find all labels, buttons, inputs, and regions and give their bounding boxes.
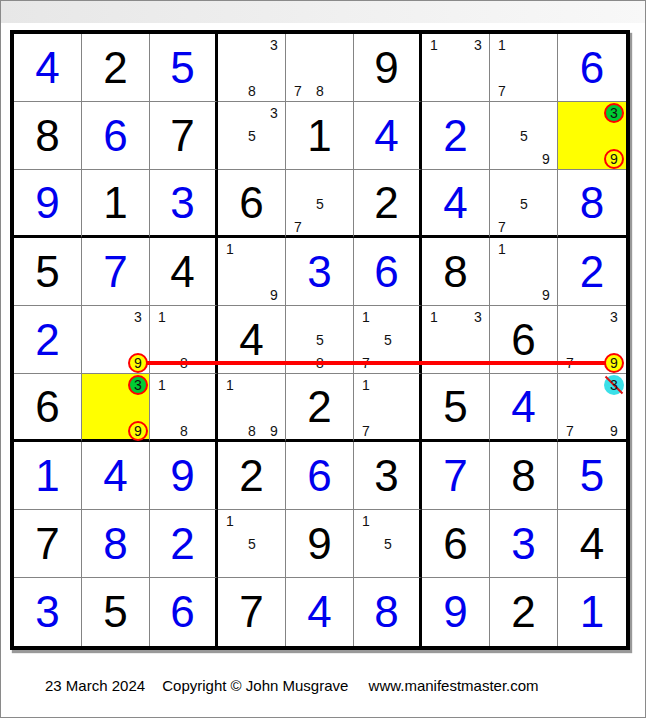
candidate-digit: 9: [134, 356, 142, 370]
cell-r8c4[interactable]: 15: [218, 510, 286, 578]
given-digit: 9: [286, 510, 353, 577]
footer-website: www.manifestmaster.com: [369, 677, 539, 694]
given-digit: 2: [354, 170, 419, 235]
cell-r4c5[interactable]: 3: [286, 238, 354, 306]
cell-r6c3[interactable]: 18: [150, 374, 218, 442]
given-digit: 6: [218, 170, 285, 235]
cell-r6c1[interactable]: 6: [14, 374, 82, 442]
cell-r3c4[interactable]: 6: [218, 170, 286, 238]
given-digit: 5: [422, 374, 489, 439]
candidate-digit: 3: [270, 38, 278, 52]
candidate-digit: 7: [498, 84, 506, 98]
solved-digit: 6: [354, 238, 419, 305]
cell-r6c4[interactable]: 189: [218, 374, 286, 442]
solved-digit: 4: [422, 170, 489, 235]
candidate-digit: 1: [362, 310, 370, 324]
cell-r4c1[interactable]: 5: [14, 238, 82, 306]
candidate-digit: 1: [226, 378, 234, 392]
cell-r4c8[interactable]: 19: [490, 238, 558, 306]
cell-r1c3[interactable]: 5: [150, 34, 218, 102]
cell-r1c8[interactable]: 17: [490, 34, 558, 102]
cell-r9c2[interactable]: 5: [82, 578, 150, 646]
solved-digit: 5: [558, 442, 626, 509]
candidate-digit: 3: [610, 310, 618, 324]
cell-r3c8[interactable]: 57: [490, 170, 558, 238]
cell-r6c5[interactable]: 2: [286, 374, 354, 442]
cell-r7c4[interactable]: 2: [218, 442, 286, 510]
window-header: [1, 1, 645, 23]
candidate-digit: 3: [474, 310, 482, 324]
cell-r8c8[interactable]: 3: [490, 510, 558, 578]
cell-r6c7[interactable]: 5: [422, 374, 490, 442]
given-digit: 5: [82, 578, 149, 646]
candidate-digit: 8: [248, 424, 256, 438]
solved-digit: 8: [558, 170, 626, 235]
cell-r8c1[interactable]: 7: [14, 510, 82, 578]
candidate-digit: 1: [158, 310, 166, 324]
candidate-digit: 7: [566, 424, 574, 438]
cell-r7c1[interactable]: 1: [14, 442, 82, 510]
cell-r1c7[interactable]: 13: [422, 34, 490, 102]
cell-r6c9[interactable]: 379: [558, 374, 626, 442]
cell-r8c5[interactable]: 9: [286, 510, 354, 578]
candidate-digit: 5: [316, 333, 324, 347]
solved-digit: 9: [422, 578, 489, 646]
footer-date: 23 March 2024: [45, 677, 145, 694]
solved-digit: 3: [150, 170, 215, 235]
cell-r2c9[interactable]: 39: [558, 102, 626, 170]
cell-r3c1[interactable]: 9: [14, 170, 82, 238]
cell-r4c9[interactable]: 2: [558, 238, 626, 306]
sudoku-board: 4253878913176867351425939913657245785741…: [10, 30, 630, 650]
given-digit: 7: [218, 578, 285, 646]
cell-r7c6[interactable]: 3: [354, 442, 422, 510]
cell-r1c5[interactable]: 78: [286, 34, 354, 102]
cell-r9c9[interactable]: 1: [558, 578, 626, 646]
solved-digit: 3: [490, 510, 557, 577]
given-digit: 9: [354, 34, 419, 101]
cell-r9c1[interactable]: 3: [14, 578, 82, 646]
candidate-digit: 9: [542, 288, 550, 302]
cell-r2c4[interactable]: 35: [218, 102, 286, 170]
candidate-digit: 5: [248, 129, 256, 143]
cell-r2c1[interactable]: 8: [14, 102, 82, 170]
candidate-digit: 1: [362, 378, 370, 392]
candidate-digit: 5: [520, 129, 528, 143]
cell-r1c4[interactable]: 38: [218, 34, 286, 102]
cell-r5c1[interactable]: 2: [14, 306, 82, 374]
given-digit: 3: [354, 442, 419, 509]
candidate-digit: 3: [134, 310, 142, 324]
solved-digit: 4: [490, 374, 557, 439]
solved-digit: 8: [82, 510, 149, 577]
cell-r9c6[interactable]: 8: [354, 578, 422, 646]
candidate-digit: 7: [294, 84, 302, 98]
candidate-digit: 3: [610, 378, 618, 392]
cell-r4c7[interactable]: 8: [422, 238, 490, 306]
cell-r3c5[interactable]: 57: [286, 170, 354, 238]
cell-r2c6[interactable]: 4: [354, 102, 422, 170]
candidate-digit: 1: [362, 514, 370, 528]
footer: 23 March 2024 Copyright © John Musgrave …: [45, 677, 539, 694]
candidate-digit: 9: [610, 356, 618, 370]
candidate-digit: 9: [270, 424, 278, 438]
solved-digit: 6: [82, 102, 149, 169]
candidate-digit: 9: [610, 152, 618, 166]
candidate-digit: 1: [226, 514, 234, 528]
given-digit: 2: [286, 374, 353, 439]
cell-r1c9[interactable]: 6: [558, 34, 626, 102]
solved-digit: 9: [150, 442, 215, 509]
cell-r3c3[interactable]: 3: [150, 170, 218, 238]
cell-r3c6[interactable]: 2: [354, 170, 422, 238]
candidate-digit: 8: [248, 84, 256, 98]
solved-digit: 7: [422, 442, 489, 509]
cell-r7c7[interactable]: 7: [422, 442, 490, 510]
given-digit: 8: [490, 442, 557, 509]
cell-r8c6[interactable]: 15: [354, 510, 422, 578]
cell-r8c7[interactable]: 6: [422, 510, 490, 578]
cell-r4c6[interactable]: 6: [354, 238, 422, 306]
given-digit: 7: [150, 102, 215, 169]
cell-r6c8[interactable]: 4: [490, 374, 558, 442]
cell-r7c5[interactable]: 6: [286, 442, 354, 510]
cell-r7c9[interactable]: 5: [558, 442, 626, 510]
candidate-digit: 5: [384, 537, 392, 551]
cell-r2c2[interactable]: 6: [82, 102, 150, 170]
solved-digit: 1: [558, 578, 626, 646]
candidate-digit: 5: [520, 197, 528, 211]
cell-r9c3[interactable]: 6: [150, 578, 218, 646]
cell-r8c2[interactable]: 8: [82, 510, 150, 578]
cell-r9c4[interactable]: 7: [218, 578, 286, 646]
solved-digit: 9: [14, 170, 81, 235]
candidate-digit: 5: [384, 333, 392, 347]
solved-digit: 3: [14, 578, 81, 646]
cell-r4c2[interactable]: 7: [82, 238, 150, 306]
solved-digit: 1: [14, 442, 81, 509]
given-digit: 8: [422, 238, 489, 305]
given-digit: 7: [14, 510, 81, 577]
cell-r6c6[interactable]: 17: [354, 374, 422, 442]
solved-digit: 2: [14, 306, 81, 373]
candidate-digit: 9: [542, 152, 550, 166]
given-digit: 6: [14, 374, 81, 439]
solved-digit: 2: [150, 510, 215, 577]
solved-digit: 6: [286, 442, 353, 509]
cell-r2c3[interactable]: 7: [150, 102, 218, 170]
candidate-digit: 1: [430, 310, 438, 324]
page: 4253878913176867351425939913657245785741…: [0, 0, 646, 718]
solved-digit: 6: [150, 578, 215, 646]
solved-digit: 3: [286, 238, 353, 305]
solved-digit: 4: [82, 442, 149, 509]
candidate-digit: 1: [158, 378, 166, 392]
given-digit: 8: [14, 102, 81, 169]
given-digit: 5: [14, 238, 81, 305]
candidate-digit: 1: [226, 242, 234, 256]
cell-r8c9[interactable]: 4: [558, 510, 626, 578]
cell-r9c7[interactable]: 9: [422, 578, 490, 646]
candidate-digit: 9: [270, 288, 278, 302]
chain-line: [138, 361, 614, 365]
solved-digit: 4: [354, 102, 419, 169]
cell-r1c2[interactable]: 2: [82, 34, 150, 102]
given-digit: 2: [218, 442, 285, 509]
candidate-digit: 1: [498, 242, 506, 256]
given-digit: 2: [82, 34, 149, 101]
solved-digit: 4: [14, 34, 81, 101]
given-digit: 1: [82, 170, 149, 235]
candidate-digit: 9: [610, 424, 618, 438]
cell-r4c4[interactable]: 19: [218, 238, 286, 306]
candidate-digit: 3: [270, 106, 278, 120]
cell-r1c6[interactable]: 9: [354, 34, 422, 102]
cell-r3c2[interactable]: 1: [82, 170, 150, 238]
cell-r9c8[interactable]: 2: [490, 578, 558, 646]
cell-r3c9[interactable]: 8: [558, 170, 626, 238]
solved-digit: 7: [82, 238, 149, 305]
cell-r7c8[interactable]: 8: [490, 442, 558, 510]
cell-r2c5[interactable]: 1: [286, 102, 354, 170]
cell-r6c2[interactable]: 39: [82, 374, 150, 442]
footer-copyright: Copyright © John Musgrave: [162, 677, 348, 694]
candidate-digit: 8: [316, 84, 324, 98]
cell-r7c2[interactable]: 4: [82, 442, 150, 510]
solved-digit: 4: [286, 578, 353, 646]
cell-r9c5[interactable]: 4: [286, 578, 354, 646]
solved-digit: 6: [558, 34, 626, 101]
cell-r2c7[interactable]: 2: [422, 102, 490, 170]
given-digit: 4: [558, 510, 626, 577]
solved-digit: 5: [150, 34, 215, 101]
given-digit: 2: [490, 578, 557, 646]
cell-r4c3[interactable]: 4: [150, 238, 218, 306]
candidate-digit: 9: [134, 424, 142, 438]
given-digit: 1: [286, 102, 353, 169]
solved-digit: 2: [422, 102, 489, 169]
solved-digit: 2: [558, 238, 626, 305]
candidate-digit: 5: [316, 197, 324, 211]
candidate-digit: 7: [498, 220, 506, 234]
cell-r7c3[interactable]: 9: [150, 442, 218, 510]
cell-r3c7[interactable]: 4: [422, 170, 490, 238]
candidate-digit: 7: [294, 220, 302, 234]
candidate-digit: 3: [474, 38, 482, 52]
candidate-digit: 8: [180, 424, 188, 438]
candidate-digit: 7: [362, 424, 370, 438]
candidate-digit: 1: [430, 38, 438, 52]
given-digit: 6: [422, 510, 489, 577]
cell-r8c3[interactable]: 2: [150, 510, 218, 578]
candidate-digit: 3: [134, 378, 142, 392]
cell-r5c2[interactable]: 39: [82, 306, 150, 374]
given-digit: 4: [150, 238, 215, 305]
cell-r1c1[interactable]: 4: [14, 34, 82, 102]
solved-digit: 8: [354, 578, 419, 646]
cell-r2c8[interactable]: 59: [490, 102, 558, 170]
candidate-digit: 1: [498, 38, 506, 52]
candidate-digit: 5: [248, 537, 256, 551]
candidate-digit: 3: [610, 106, 618, 120]
